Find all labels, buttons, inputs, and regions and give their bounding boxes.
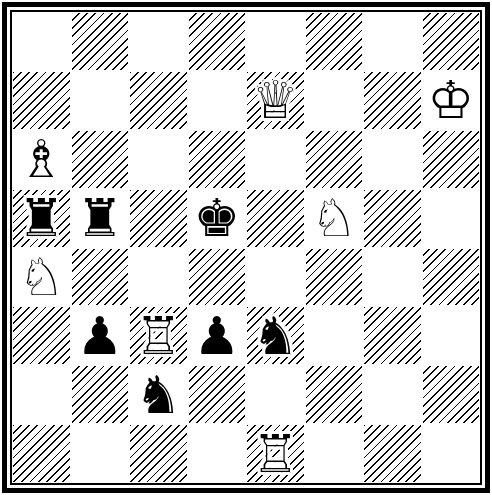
square-d8[interactable] [188, 12, 247, 71]
square-d4[interactable] [188, 248, 247, 307]
square-a2[interactable] [12, 365, 71, 424]
square-f3[interactable] [305, 306, 364, 365]
square-f4[interactable] [305, 248, 364, 307]
square-b7[interactable] [71, 71, 130, 130]
square-g2[interactable] [363, 365, 422, 424]
square-h8[interactable] [422, 12, 481, 71]
square-b2[interactable] [71, 365, 130, 424]
chess-diagram: ♕♔♗♜♜♚♘♘♟♖♟♞♞♖ [0, 0, 492, 495]
square-g1[interactable] [363, 424, 422, 483]
piece-white-knight-f5[interactable]: ♘ [305, 189, 364, 248]
square-h6[interactable] [422, 130, 481, 189]
board-frame-inner: ♕♔♗♜♜♚♘♘♟♖♟♞♞♖ [10, 10, 482, 485]
piece-white-queen-e7[interactable]: ♕ [246, 71, 305, 130]
square-a6[interactable]: ♗ [12, 130, 71, 189]
piece-white-rook-e1[interactable]: ♖ [246, 424, 305, 483]
square-a5[interactable]: ♜ [12, 189, 71, 248]
square-b6[interactable] [71, 130, 130, 189]
square-f2[interactable] [305, 365, 364, 424]
piece-black-knight-c2[interactable]: ♞ [129, 365, 188, 424]
square-c5[interactable] [129, 189, 188, 248]
square-h2[interactable] [422, 365, 481, 424]
board-frame-outer: ♕♔♗♜♜♚♘♘♟♖♟♞♞♖ [2, 2, 490, 493]
square-c7[interactable] [129, 71, 188, 130]
square-a7[interactable] [12, 71, 71, 130]
square-d2[interactable] [188, 365, 247, 424]
piece-black-rook-a5[interactable]: ♜ [12, 189, 71, 248]
square-e1[interactable]: ♖ [246, 424, 305, 483]
square-c1[interactable] [129, 424, 188, 483]
square-g4[interactable] [363, 248, 422, 307]
piece-white-knight-a4[interactable]: ♘ [12, 248, 71, 307]
square-e6[interactable] [246, 130, 305, 189]
square-e2[interactable] [246, 365, 305, 424]
piece-black-pawn-b3[interactable]: ♟ [71, 306, 130, 365]
piece-white-king-h7[interactable]: ♔ [422, 71, 481, 130]
square-f8[interactable] [305, 12, 364, 71]
square-e7[interactable]: ♕ [246, 71, 305, 130]
square-b8[interactable] [71, 12, 130, 71]
square-b4[interactable] [71, 248, 130, 307]
square-b5[interactable]: ♜ [71, 189, 130, 248]
square-h7[interactable]: ♔ [422, 71, 481, 130]
square-g8[interactable] [363, 12, 422, 71]
square-e5[interactable] [246, 189, 305, 248]
piece-white-rook-c3[interactable]: ♖ [129, 306, 188, 365]
piece-black-king-d5[interactable]: ♚ [188, 189, 247, 248]
square-c8[interactable] [129, 12, 188, 71]
square-e3[interactable]: ♞ [246, 306, 305, 365]
square-h4[interactable] [422, 248, 481, 307]
square-e8[interactable] [246, 12, 305, 71]
square-a8[interactable] [12, 12, 71, 71]
piece-white-bishop-a6[interactable]: ♗ [12, 130, 71, 189]
square-a3[interactable] [12, 306, 71, 365]
square-a1[interactable] [12, 424, 71, 483]
square-d5[interactable]: ♚ [188, 189, 247, 248]
square-h5[interactable] [422, 189, 481, 248]
square-a4[interactable]: ♘ [12, 248, 71, 307]
square-f7[interactable] [305, 71, 364, 130]
square-g7[interactable] [363, 71, 422, 130]
piece-black-rook-b5[interactable]: ♜ [71, 189, 130, 248]
piece-black-pawn-d3[interactable]: ♟ [188, 306, 247, 365]
square-e4[interactable] [246, 248, 305, 307]
square-h1[interactable] [422, 424, 481, 483]
square-c6[interactable] [129, 130, 188, 189]
square-f6[interactable] [305, 130, 364, 189]
square-g5[interactable] [363, 189, 422, 248]
square-b1[interactable] [71, 424, 130, 483]
square-d1[interactable] [188, 424, 247, 483]
square-h3[interactable] [422, 306, 481, 365]
square-c3[interactable]: ♖ [129, 306, 188, 365]
square-c4[interactable] [129, 248, 188, 307]
square-d7[interactable] [188, 71, 247, 130]
square-d6[interactable] [188, 130, 247, 189]
square-b3[interactable]: ♟ [71, 306, 130, 365]
square-c2[interactable]: ♞ [129, 365, 188, 424]
piece-black-knight-e3[interactable]: ♞ [246, 306, 305, 365]
square-f1[interactable] [305, 424, 364, 483]
square-g6[interactable] [363, 130, 422, 189]
chess-board: ♕♔♗♜♜♚♘♘♟♖♟♞♞♖ [12, 12, 480, 483]
square-g3[interactable] [363, 306, 422, 365]
square-d3[interactable]: ♟ [188, 306, 247, 365]
square-f5[interactable]: ♘ [305, 189, 364, 248]
